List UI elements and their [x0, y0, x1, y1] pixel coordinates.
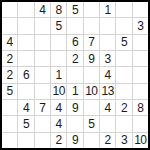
clue-cell-r1c3[interactable]: 4 [35, 2, 50, 17]
clue-cell-r5c4[interactable]: 1 [51, 67, 66, 82]
cell-r4c8[interactable] [116, 51, 131, 66]
clue-cell-r3c8[interactable]: 5 [116, 35, 131, 50]
cell-r9c6[interactable] [84, 133, 99, 148]
clue-cell-r7c8[interactable]: 2 [116, 100, 131, 115]
clue-cell-r7c3[interactable]: 7 [35, 100, 50, 115]
cell-r7c1[interactable] [2, 100, 17, 115]
cell-r1c6[interactable] [84, 2, 99, 17]
clue-cell-r6c7[interactable]: 13 [100, 84, 115, 99]
clue-cell-r1c7[interactable]: 1 [100, 2, 115, 17]
cell-r5c9[interactable] [133, 67, 148, 82]
clue-cell-r9c5[interactable]: 9 [67, 133, 82, 148]
clue-cell-r4c5[interactable]: 2 [67, 51, 82, 66]
cell-r3c4[interactable] [51, 35, 66, 50]
cell-r4c2[interactable] [18, 51, 33, 66]
clue-cell-r9c4[interactable]: 2 [51, 133, 66, 148]
cell-r8c1[interactable] [2, 116, 17, 131]
clue-cell-r6c1[interactable]: 5 [2, 84, 17, 99]
cell-r4c9[interactable] [133, 51, 148, 66]
cell-r2c8[interactable] [116, 18, 131, 33]
cell-r2c7[interactable] [100, 18, 115, 33]
cell-r6c9[interactable] [133, 84, 148, 99]
cell-r5c6[interactable] [84, 67, 99, 82]
clue-cell-r7c2[interactable]: 4 [18, 100, 33, 115]
puzzle-page: 4851534675229326145101101347494285452923… [0, 0, 150, 150]
clue-cell-r2c4[interactable]: 5 [51, 18, 66, 33]
cell-r4c3[interactable] [35, 51, 50, 66]
cell-r6c2[interactable] [18, 84, 33, 99]
cell-r6c3[interactable] [35, 84, 50, 99]
cell-r3c7[interactable] [100, 35, 115, 50]
cell-r2c2[interactable] [18, 18, 33, 33]
cell-r8c3[interactable] [35, 116, 50, 131]
clue-cell-r4c6[interactable]: 9 [84, 51, 99, 66]
clue-cell-r9c8[interactable]: 3 [116, 133, 131, 148]
clue-cell-r8c2[interactable]: 5 [18, 116, 33, 131]
cell-r5c8[interactable] [116, 67, 131, 82]
clue-cell-r9c9[interactable]: 10 [133, 133, 148, 148]
clue-cell-r7c9[interactable]: 8 [133, 100, 148, 115]
clue-cell-r7c4[interactable]: 4 [51, 100, 66, 115]
cell-r2c1[interactable] [2, 18, 17, 33]
cell-r2c3[interactable] [35, 18, 50, 33]
clue-cell-r5c7[interactable]: 4 [100, 67, 115, 82]
cell-r9c1[interactable] [2, 133, 17, 148]
cell-r5c3[interactable] [35, 67, 50, 82]
cell-r2c5[interactable] [67, 18, 82, 33]
cell-r2c6[interactable] [84, 18, 99, 33]
clue-cell-r4c7[interactable]: 3 [100, 51, 115, 66]
cell-r9c2[interactable] [18, 133, 33, 148]
cell-r1c8[interactable] [116, 2, 131, 17]
clue-cell-r1c5[interactable]: 5 [67, 2, 82, 17]
cell-r3c9[interactable] [133, 35, 148, 50]
clue-cell-r7c5[interactable]: 9 [67, 100, 82, 115]
clue-cell-r5c1[interactable]: 2 [2, 67, 17, 82]
clue-cell-r8c6[interactable]: 5 [84, 116, 99, 131]
clue-cell-r3c5[interactable]: 6 [67, 35, 82, 50]
cell-r8c8[interactable] [116, 116, 131, 131]
clue-cell-r7c7[interactable]: 4 [100, 100, 115, 115]
clue-cell-r3c1[interactable]: 4 [2, 35, 17, 50]
cell-r7c6[interactable] [84, 100, 99, 115]
cell-r1c2[interactable] [18, 2, 33, 17]
clue-cell-r1c4[interactable]: 8 [51, 2, 66, 17]
cell-r9c3[interactable] [35, 133, 50, 148]
clue-cell-r8c4[interactable]: 4 [51, 116, 66, 131]
cell-r8c7[interactable] [100, 116, 115, 131]
cell-r1c9[interactable] [133, 2, 148, 17]
cell-r1c1[interactable] [2, 2, 17, 17]
clue-cell-r5c2[interactable]: 6 [18, 67, 33, 82]
clue-cell-r9c7[interactable]: 2 [100, 133, 115, 148]
cell-r3c3[interactable] [35, 35, 50, 50]
cell-r8c9[interactable] [133, 116, 148, 131]
clue-cell-r4c1[interactable]: 2 [2, 51, 17, 66]
cell-r3c2[interactable] [18, 35, 33, 50]
clue-cell-r2c9[interactable]: 3 [133, 18, 148, 33]
clue-cell-r6c6[interactable]: 10 [84, 84, 99, 99]
cell-r8c5[interactable] [67, 116, 82, 131]
cell-r5c5[interactable] [67, 67, 82, 82]
clue-cell-r6c4[interactable]: 10 [51, 84, 66, 99]
cell-r4c4[interactable] [51, 51, 66, 66]
puzzle-board: 4851534675229326145101101347494285452923… [0, 0, 150, 150]
clue-cell-r3c6[interactable]: 7 [84, 35, 99, 50]
cell-r6c8[interactable] [116, 84, 131, 99]
clue-cell-r6c5[interactable]: 1 [67, 84, 82, 99]
